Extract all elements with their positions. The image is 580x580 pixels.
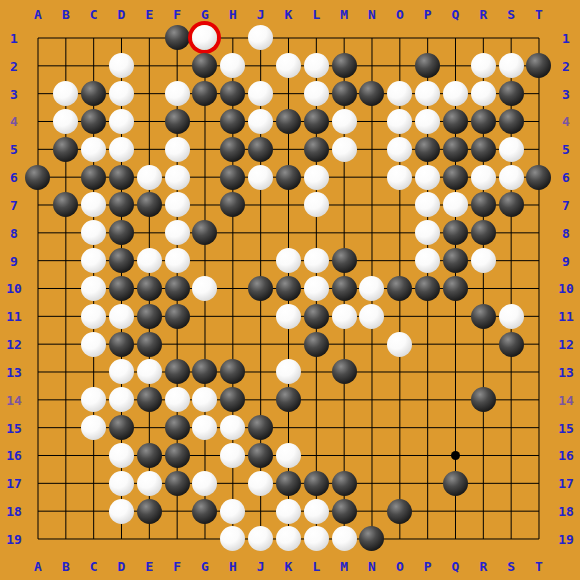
intersection-H7[interactable] <box>219 191 247 219</box>
intersection-C2[interactable] <box>80 52 108 80</box>
intersection-G15[interactable] <box>191 414 219 442</box>
intersection-E15[interactable] <box>135 414 163 442</box>
intersection-A16[interactable] <box>24 442 52 470</box>
intersection-G17[interactable] <box>191 469 219 497</box>
intersection-S8[interactable] <box>497 219 525 247</box>
intersection-B17[interactable] <box>52 469 80 497</box>
intersection-N8[interactable] <box>358 219 386 247</box>
intersection-S11[interactable] <box>497 302 525 330</box>
intersection-L16[interactable] <box>302 442 330 470</box>
intersection-N17[interactable] <box>358 469 386 497</box>
intersection-K15[interactable] <box>275 414 303 442</box>
intersection-J19[interactable] <box>247 525 275 553</box>
intersection-P9[interactable] <box>414 247 442 275</box>
intersection-M3[interactable] <box>330 80 358 108</box>
intersection-G18[interactable] <box>191 497 219 525</box>
intersection-E5[interactable] <box>135 135 163 163</box>
intersection-E6[interactable] <box>135 163 163 191</box>
intersection-F4[interactable] <box>163 108 191 136</box>
intersection-T17[interactable] <box>525 469 553 497</box>
intersection-O4[interactable] <box>386 108 414 136</box>
intersection-R4[interactable] <box>469 108 497 136</box>
intersection-P7[interactable] <box>414 191 442 219</box>
intersection-Q12[interactable] <box>442 330 470 358</box>
intersection-D14[interactable] <box>108 386 136 414</box>
intersection-F14[interactable] <box>163 386 191 414</box>
intersection-O8[interactable] <box>386 219 414 247</box>
intersection-Q8[interactable] <box>442 219 470 247</box>
intersection-T3[interactable] <box>525 80 553 108</box>
intersection-C3[interactable] <box>80 80 108 108</box>
intersection-K8[interactable] <box>275 219 303 247</box>
intersection-J8[interactable] <box>247 219 275 247</box>
intersection-M4[interactable] <box>330 108 358 136</box>
intersection-M15[interactable] <box>330 414 358 442</box>
intersection-R16[interactable] <box>469 442 497 470</box>
intersection-J10[interactable] <box>247 275 275 303</box>
intersection-T7[interactable] <box>525 191 553 219</box>
intersection-F8[interactable] <box>163 219 191 247</box>
intersection-T19[interactable] <box>525 525 553 553</box>
intersection-K7[interactable] <box>275 191 303 219</box>
intersection-Q15[interactable] <box>442 414 470 442</box>
intersection-M19[interactable] <box>330 525 358 553</box>
intersection-A12[interactable] <box>24 330 52 358</box>
intersection-S17[interactable] <box>497 469 525 497</box>
intersection-B16[interactable] <box>52 442 80 470</box>
intersection-G6[interactable] <box>191 163 219 191</box>
intersection-L5[interactable] <box>302 135 330 163</box>
intersection-S7[interactable] <box>497 191 525 219</box>
intersection-K10[interactable] <box>275 275 303 303</box>
intersection-Q14[interactable] <box>442 386 470 414</box>
intersection-G13[interactable] <box>191 358 219 386</box>
intersection-A6[interactable] <box>24 163 52 191</box>
intersection-H10[interactable] <box>219 275 247 303</box>
intersection-C6[interactable] <box>80 163 108 191</box>
intersection-A11[interactable] <box>24 302 52 330</box>
intersection-B9[interactable] <box>52 247 80 275</box>
intersection-J4[interactable] <box>247 108 275 136</box>
intersection-N14[interactable] <box>358 386 386 414</box>
intersection-R18[interactable] <box>469 497 497 525</box>
intersection-T2[interactable] <box>525 52 553 80</box>
intersection-L18[interactable] <box>302 497 330 525</box>
intersection-T15[interactable] <box>525 414 553 442</box>
intersection-J16[interactable] <box>247 442 275 470</box>
intersection-Q19[interactable] <box>442 525 470 553</box>
intersection-A10[interactable] <box>24 275 52 303</box>
intersection-A3[interactable] <box>24 80 52 108</box>
intersection-N1[interactable] <box>358 24 386 52</box>
intersection-C4[interactable] <box>80 108 108 136</box>
intersection-F17[interactable] <box>163 469 191 497</box>
intersection-B4[interactable] <box>52 108 80 136</box>
intersection-N6[interactable] <box>358 163 386 191</box>
intersection-O18[interactable] <box>386 497 414 525</box>
intersection-E8[interactable] <box>135 219 163 247</box>
intersection-A14[interactable] <box>24 386 52 414</box>
intersection-M11[interactable] <box>330 302 358 330</box>
intersection-P14[interactable] <box>414 386 442 414</box>
intersection-G10[interactable] <box>191 275 219 303</box>
intersection-N9[interactable] <box>358 247 386 275</box>
intersection-P4[interactable] <box>414 108 442 136</box>
intersection-G2[interactable] <box>191 52 219 80</box>
intersection-R9[interactable] <box>469 247 497 275</box>
intersection-R2[interactable] <box>469 52 497 80</box>
intersection-B8[interactable] <box>52 219 80 247</box>
intersection-O7[interactable] <box>386 191 414 219</box>
intersection-F11[interactable] <box>163 302 191 330</box>
intersection-A4[interactable] <box>24 108 52 136</box>
intersection-D4[interactable] <box>108 108 136 136</box>
intersection-Q5[interactable] <box>442 135 470 163</box>
intersection-F18[interactable] <box>163 497 191 525</box>
intersection-R7[interactable] <box>469 191 497 219</box>
intersection-S10[interactable] <box>497 275 525 303</box>
intersection-L12[interactable] <box>302 330 330 358</box>
intersection-S1[interactable] <box>497 24 525 52</box>
intersection-L3[interactable] <box>302 80 330 108</box>
intersection-K2[interactable] <box>275 52 303 80</box>
intersection-T11[interactable] <box>525 302 553 330</box>
intersection-S18[interactable] <box>497 497 525 525</box>
intersection-B13[interactable] <box>52 358 80 386</box>
intersection-D15[interactable] <box>108 414 136 442</box>
intersection-H8[interactable] <box>219 219 247 247</box>
intersection-Q1[interactable] <box>442 24 470 52</box>
intersection-L17[interactable] <box>302 469 330 497</box>
intersection-O3[interactable] <box>386 80 414 108</box>
intersection-P2[interactable] <box>414 52 442 80</box>
intersection-B1[interactable] <box>52 24 80 52</box>
intersection-K11[interactable] <box>275 302 303 330</box>
intersection-M7[interactable] <box>330 191 358 219</box>
intersection-H13[interactable] <box>219 358 247 386</box>
intersection-A9[interactable] <box>24 247 52 275</box>
intersection-F1[interactable] <box>163 24 191 52</box>
intersection-C7[interactable] <box>80 191 108 219</box>
intersection-A8[interactable] <box>24 219 52 247</box>
intersection-C5[interactable] <box>80 135 108 163</box>
intersection-R1[interactable] <box>469 24 497 52</box>
intersection-N4[interactable] <box>358 108 386 136</box>
intersection-S2[interactable] <box>497 52 525 80</box>
intersection-L4[interactable] <box>302 108 330 136</box>
intersection-O2[interactable] <box>386 52 414 80</box>
intersection-F15[interactable] <box>163 414 191 442</box>
intersection-M9[interactable] <box>330 247 358 275</box>
intersection-E16[interactable] <box>135 442 163 470</box>
intersection-R13[interactable] <box>469 358 497 386</box>
intersection-D11[interactable] <box>108 302 136 330</box>
intersection-M14[interactable] <box>330 386 358 414</box>
intersection-F16[interactable] <box>163 442 191 470</box>
intersection-D8[interactable] <box>108 219 136 247</box>
intersection-P13[interactable] <box>414 358 442 386</box>
intersection-H9[interactable] <box>219 247 247 275</box>
intersection-A2[interactable] <box>24 52 52 80</box>
intersection-R11[interactable] <box>469 302 497 330</box>
intersection-K1[interactable] <box>275 24 303 52</box>
intersection-L2[interactable] <box>302 52 330 80</box>
intersection-G3[interactable] <box>191 80 219 108</box>
intersection-D13[interactable] <box>108 358 136 386</box>
intersection-K19[interactable] <box>275 525 303 553</box>
intersection-M13[interactable] <box>330 358 358 386</box>
intersection-O13[interactable] <box>386 358 414 386</box>
intersection-J5[interactable] <box>247 135 275 163</box>
intersection-Q17[interactable] <box>442 469 470 497</box>
intersection-B5[interactable] <box>52 135 80 163</box>
intersection-N19[interactable] <box>358 525 386 553</box>
intersection-H6[interactable] <box>219 163 247 191</box>
intersection-J9[interactable] <box>247 247 275 275</box>
intersection-P19[interactable] <box>414 525 442 553</box>
intersection-R19[interactable] <box>469 525 497 553</box>
intersection-C8[interactable] <box>80 219 108 247</box>
intersection-T18[interactable] <box>525 497 553 525</box>
intersection-M10[interactable] <box>330 275 358 303</box>
intersection-H12[interactable] <box>219 330 247 358</box>
intersection-P11[interactable] <box>414 302 442 330</box>
intersection-S16[interactable] <box>497 442 525 470</box>
intersection-E11[interactable] <box>135 302 163 330</box>
intersection-C12[interactable] <box>80 330 108 358</box>
intersection-A17[interactable] <box>24 469 52 497</box>
intersection-K3[interactable] <box>275 80 303 108</box>
intersection-F6[interactable] <box>163 163 191 191</box>
intersection-D7[interactable] <box>108 191 136 219</box>
intersection-A15[interactable] <box>24 414 52 442</box>
intersection-P17[interactable] <box>414 469 442 497</box>
intersection-C1[interactable] <box>80 24 108 52</box>
intersection-D2[interactable] <box>108 52 136 80</box>
intersection-E19[interactable] <box>135 525 163 553</box>
intersection-P6[interactable] <box>414 163 442 191</box>
intersection-H14[interactable] <box>219 386 247 414</box>
intersection-M1[interactable] <box>330 24 358 52</box>
intersection-C13[interactable] <box>80 358 108 386</box>
intersection-D10[interactable] <box>108 275 136 303</box>
intersection-E3[interactable] <box>135 80 163 108</box>
intersection-N2[interactable] <box>358 52 386 80</box>
intersection-S14[interactable] <box>497 386 525 414</box>
intersection-G8[interactable] <box>191 219 219 247</box>
intersection-O11[interactable] <box>386 302 414 330</box>
intersection-M5[interactable] <box>330 135 358 163</box>
intersection-B14[interactable] <box>52 386 80 414</box>
intersection-R6[interactable] <box>469 163 497 191</box>
intersection-N10[interactable] <box>358 275 386 303</box>
intersection-B10[interactable] <box>52 275 80 303</box>
intersection-F12[interactable] <box>163 330 191 358</box>
intersection-N7[interactable] <box>358 191 386 219</box>
intersection-N11[interactable] <box>358 302 386 330</box>
intersection-F2[interactable] <box>163 52 191 80</box>
intersection-M8[interactable] <box>330 219 358 247</box>
intersection-N5[interactable] <box>358 135 386 163</box>
intersection-N3[interactable] <box>358 80 386 108</box>
intersection-K12[interactable] <box>275 330 303 358</box>
intersection-F7[interactable] <box>163 191 191 219</box>
intersection-T12[interactable] <box>525 330 553 358</box>
intersection-Q6[interactable] <box>442 163 470 191</box>
intersection-F5[interactable] <box>163 135 191 163</box>
intersection-P5[interactable] <box>414 135 442 163</box>
intersection-L14[interactable] <box>302 386 330 414</box>
intersection-H2[interactable] <box>219 52 247 80</box>
intersection-N12[interactable] <box>358 330 386 358</box>
intersection-C15[interactable] <box>80 414 108 442</box>
intersection-G14[interactable] <box>191 386 219 414</box>
intersection-G4[interactable] <box>191 108 219 136</box>
intersection-D12[interactable] <box>108 330 136 358</box>
intersection-D9[interactable] <box>108 247 136 275</box>
intersection-R8[interactable] <box>469 219 497 247</box>
intersection-O16[interactable] <box>386 442 414 470</box>
intersection-H15[interactable] <box>219 414 247 442</box>
intersection-K13[interactable] <box>275 358 303 386</box>
intersection-T1[interactable] <box>525 24 553 52</box>
intersection-L7[interactable] <box>302 191 330 219</box>
intersection-J2[interactable] <box>247 52 275 80</box>
intersection-T5[interactable] <box>525 135 553 163</box>
intersection-L1[interactable] <box>302 24 330 52</box>
intersection-F10[interactable] <box>163 275 191 303</box>
intersection-M18[interactable] <box>330 497 358 525</box>
intersection-O19[interactable] <box>386 525 414 553</box>
intersection-R15[interactable] <box>469 414 497 442</box>
intersection-T16[interactable] <box>525 442 553 470</box>
intersection-S19[interactable] <box>497 525 525 553</box>
intersection-C10[interactable] <box>80 275 108 303</box>
intersection-T4[interactable] <box>525 108 553 136</box>
intersection-B2[interactable] <box>52 52 80 80</box>
intersection-A5[interactable] <box>24 135 52 163</box>
intersection-E4[interactable] <box>135 108 163 136</box>
intersection-P10[interactable] <box>414 275 442 303</box>
intersection-L10[interactable] <box>302 275 330 303</box>
intersection-D19[interactable] <box>108 525 136 553</box>
intersection-D5[interactable] <box>108 135 136 163</box>
intersection-A13[interactable] <box>24 358 52 386</box>
intersection-R5[interactable] <box>469 135 497 163</box>
intersection-R14[interactable] <box>469 386 497 414</box>
intersection-O12[interactable] <box>386 330 414 358</box>
intersection-H11[interactable] <box>219 302 247 330</box>
intersection-B11[interactable] <box>52 302 80 330</box>
intersection-Q4[interactable] <box>442 108 470 136</box>
intersection-E18[interactable] <box>135 497 163 525</box>
intersection-S9[interactable] <box>497 247 525 275</box>
intersection-J15[interactable] <box>247 414 275 442</box>
intersection-C16[interactable] <box>80 442 108 470</box>
intersection-J12[interactable] <box>247 330 275 358</box>
intersection-P8[interactable] <box>414 219 442 247</box>
intersection-D18[interactable] <box>108 497 136 525</box>
intersection-C11[interactable] <box>80 302 108 330</box>
intersection-B7[interactable] <box>52 191 80 219</box>
intersection-E10[interactable] <box>135 275 163 303</box>
intersection-T9[interactable] <box>525 247 553 275</box>
intersection-R12[interactable] <box>469 330 497 358</box>
intersection-A19[interactable] <box>24 525 52 553</box>
intersection-F13[interactable] <box>163 358 191 386</box>
intersection-L19[interactable] <box>302 525 330 553</box>
intersection-A7[interactable] <box>24 191 52 219</box>
intersection-D16[interactable] <box>108 442 136 470</box>
intersection-R10[interactable] <box>469 275 497 303</box>
intersection-T14[interactable] <box>525 386 553 414</box>
intersection-Q9[interactable] <box>442 247 470 275</box>
intersection-O14[interactable] <box>386 386 414 414</box>
intersection-H16[interactable] <box>219 442 247 470</box>
intersection-O1[interactable] <box>386 24 414 52</box>
intersection-L11[interactable] <box>302 302 330 330</box>
intersection-L15[interactable] <box>302 414 330 442</box>
intersection-L13[interactable] <box>302 358 330 386</box>
intersection-K17[interactable] <box>275 469 303 497</box>
intersection-K14[interactable] <box>275 386 303 414</box>
intersection-C17[interactable] <box>80 469 108 497</box>
intersection-P1[interactable] <box>414 24 442 52</box>
intersection-O6[interactable] <box>386 163 414 191</box>
intersection-T8[interactable] <box>525 219 553 247</box>
intersection-T6[interactable] <box>525 163 553 191</box>
intersection-P16[interactable] <box>414 442 442 470</box>
intersection-D1[interactable] <box>108 24 136 52</box>
intersection-S3[interactable] <box>497 80 525 108</box>
intersection-K5[interactable] <box>275 135 303 163</box>
intersection-Q2[interactable] <box>442 52 470 80</box>
intersection-O15[interactable] <box>386 414 414 442</box>
intersection-Q18[interactable] <box>442 497 470 525</box>
intersection-M12[interactable] <box>330 330 358 358</box>
intersection-J14[interactable] <box>247 386 275 414</box>
intersection-J17[interactable] <box>247 469 275 497</box>
intersection-G7[interactable] <box>191 191 219 219</box>
intersection-K18[interactable] <box>275 497 303 525</box>
intersection-S4[interactable] <box>497 108 525 136</box>
intersection-E1[interactable] <box>135 24 163 52</box>
intersection-R17[interactable] <box>469 469 497 497</box>
intersection-E14[interactable] <box>135 386 163 414</box>
intersection-C9[interactable] <box>80 247 108 275</box>
intersection-L6[interactable] <box>302 163 330 191</box>
intersection-N15[interactable] <box>358 414 386 442</box>
intersection-G11[interactable] <box>191 302 219 330</box>
intersection-F9[interactable] <box>163 247 191 275</box>
intersection-J3[interactable] <box>247 80 275 108</box>
intersection-N13[interactable] <box>358 358 386 386</box>
intersection-H17[interactable] <box>219 469 247 497</box>
intersection-J1[interactable] <box>247 24 275 52</box>
intersection-G19[interactable] <box>191 525 219 553</box>
intersection-R3[interactable] <box>469 80 497 108</box>
intersection-H1[interactable] <box>219 24 247 52</box>
intersection-K6[interactable] <box>275 163 303 191</box>
intersection-H4[interactable] <box>219 108 247 136</box>
intersection-B18[interactable] <box>52 497 80 525</box>
intersection-H3[interactable] <box>219 80 247 108</box>
intersection-O17[interactable] <box>386 469 414 497</box>
intersection-S13[interactable] <box>497 358 525 386</box>
intersection-G16[interactable] <box>191 442 219 470</box>
intersection-O10[interactable] <box>386 275 414 303</box>
intersection-E9[interactable] <box>135 247 163 275</box>
